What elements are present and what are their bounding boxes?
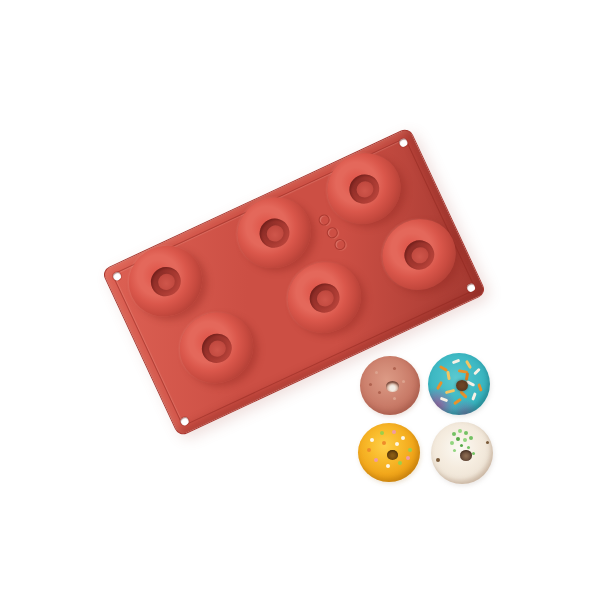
sprinkle: [386, 464, 390, 468]
sprinkle: [446, 371, 451, 380]
sprinkle: [436, 458, 440, 462]
sprinkle: [374, 458, 378, 462]
donut-white-iced: [431, 422, 493, 484]
sprinkle: [473, 368, 481, 376]
donut-yellow-glazed: [358, 423, 420, 482]
sprinkle: [465, 373, 469, 381]
sprinkle: [458, 429, 462, 433]
sprinkle: [471, 392, 477, 401]
cavity-crater: [400, 236, 439, 275]
sprinkle: [460, 444, 463, 447]
cavity-crater: [146, 262, 185, 301]
sprinkle: [486, 441, 489, 444]
donut-hole: [460, 450, 472, 461]
cavity-center-post: [314, 287, 336, 309]
donut-strawberry-glazed: [360, 356, 420, 415]
sprinkle: [401, 436, 405, 440]
sprinkle: [393, 367, 396, 370]
sprinkle: [398, 461, 402, 465]
sprinkle: [367, 448, 371, 452]
cavity-crater: [197, 329, 236, 368]
cavity-center-post: [409, 244, 431, 266]
cavity-center-post: [354, 178, 376, 200]
sprinkle: [472, 452, 475, 455]
sprinkle: [450, 441, 454, 445]
sprinkle: [478, 383, 484, 392]
sprinkle: [369, 383, 372, 386]
sprinkle: [370, 438, 374, 442]
sprinkle: [463, 438, 467, 442]
cavity-crater: [255, 214, 294, 253]
sprinkle: [465, 360, 472, 369]
cavity-crater: [345, 170, 384, 209]
sprinkle: [440, 396, 449, 402]
sprinkle: [453, 449, 456, 452]
sprinkle: [380, 431, 384, 435]
sprinkle: [436, 381, 443, 390]
sprinkle: [408, 448, 412, 452]
sprinkle: [393, 397, 396, 400]
sprinkle: [375, 371, 378, 374]
sprinkle: [456, 437, 460, 441]
sprinkle: [452, 432, 456, 436]
sprinkle: [378, 391, 381, 394]
sprinkle: [395, 442, 399, 446]
sprinkle: [382, 441, 386, 445]
sprinkle: [402, 380, 405, 383]
sprinkle: [392, 430, 396, 434]
sprinkle: [406, 456, 410, 460]
sprinkle: [467, 446, 470, 449]
cavity-center-post: [264, 222, 286, 244]
cavity-center-post: [155, 271, 177, 293]
sprinkle: [464, 431, 468, 435]
sprinkle: [453, 398, 462, 406]
donut-teal-frosted: [428, 353, 490, 415]
donut-hole: [387, 450, 398, 460]
sprinkle: [445, 389, 455, 394]
cavity-crater: [305, 279, 344, 318]
cavity-center-post: [206, 337, 228, 359]
sprinkle: [469, 436, 473, 440]
sprinkle: [451, 359, 460, 365]
product-photo: [0, 0, 600, 600]
